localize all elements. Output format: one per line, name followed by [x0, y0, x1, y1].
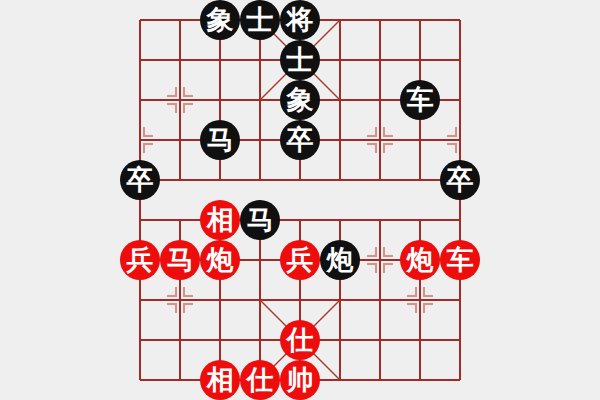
piece-black-elephant[interactable]: 象	[280, 80, 320, 120]
piece-red-soldier[interactable]: 兵	[280, 240, 320, 280]
piece-red-advisor[interactable]: 仕	[280, 320, 320, 360]
piece-black-chariot[interactable]: 车	[400, 80, 440, 120]
piece-black-soldier[interactable]: 卒	[280, 120, 320, 160]
piece-red-general[interactable]: 帅	[280, 360, 320, 400]
piece-red-cannon[interactable]: 炮	[400, 240, 440, 280]
piece-red-advisor[interactable]: 仕	[240, 360, 280, 400]
piece-red-elephant[interactable]: 相	[200, 200, 240, 240]
piece-black-general[interactable]: 将	[280, 0, 320, 40]
piece-black-advisor[interactable]: 士	[280, 40, 320, 80]
piece-black-horse[interactable]: 马	[200, 120, 240, 160]
piece-red-soldier[interactable]: 兵	[120, 240, 160, 280]
piece-black-soldier[interactable]: 卒	[120, 160, 160, 200]
piece-black-horse[interactable]: 马	[240, 200, 280, 240]
xiangqi-board-screen: 象士将士象车马卒卒卒相马兵马炮兵炮炮车仕相仕帅	[0, 0, 600, 400]
piece-black-soldier[interactable]: 卒	[440, 160, 480, 200]
piece-red-chariot[interactable]: 车	[440, 240, 480, 280]
piece-red-cannon[interactable]: 炮	[200, 240, 240, 280]
piece-black-elephant[interactable]: 象	[200, 0, 240, 40]
piece-red-horse[interactable]: 马	[160, 240, 200, 280]
piece-red-elephant[interactable]: 相	[200, 360, 240, 400]
piece-black-cannon[interactable]: 炮	[320, 240, 360, 280]
piece-black-advisor[interactable]: 士	[240, 0, 280, 40]
